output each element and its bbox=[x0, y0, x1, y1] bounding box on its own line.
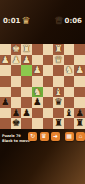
chess-board: ♚♜♜♟♟♟♛♟♞♟♞♝♟♟♛♟♟♝♟♚♜♜ bbox=[0, 44, 85, 129]
square-f6[interactable] bbox=[53, 65, 64, 76]
square-c3[interactable] bbox=[21, 97, 32, 108]
square-d8[interactable] bbox=[32, 44, 43, 55]
square-g6[interactable]: ♞ bbox=[64, 65, 75, 76]
square-a1[interactable] bbox=[0, 118, 11, 129]
square-g4[interactable] bbox=[64, 87, 75, 98]
piece-white-rook[interactable]: ♜ bbox=[22, 44, 31, 55]
piece-white-pawn[interactable]: ♟ bbox=[33, 65, 42, 76]
square-d1[interactable] bbox=[32, 118, 43, 129]
square-e1[interactable] bbox=[43, 118, 54, 129]
white-clock-time: 0:01 bbox=[3, 17, 20, 25]
square-f8[interactable]: ♜ bbox=[53, 44, 64, 55]
square-f2[interactable] bbox=[53, 108, 64, 119]
square-b2[interactable]: ♟ bbox=[11, 108, 22, 119]
square-b8[interactable]: ♚ bbox=[11, 44, 22, 55]
piece-black-pawn[interactable]: ♟ bbox=[12, 108, 21, 119]
square-h6[interactable]: ♟ bbox=[74, 65, 85, 76]
square-g2[interactable]: ♝ bbox=[64, 108, 75, 119]
square-f3[interactable]: ♛ bbox=[53, 97, 64, 108]
square-d3[interactable]: ♟ bbox=[32, 97, 43, 108]
square-a4[interactable] bbox=[0, 87, 11, 98]
square-d5[interactable] bbox=[32, 76, 43, 87]
square-c1[interactable] bbox=[21, 118, 32, 129]
status-line2: Black to move bbox=[2, 139, 30, 144]
square-e3[interactable] bbox=[43, 97, 54, 108]
square-g3[interactable] bbox=[64, 97, 75, 108]
square-f7[interactable]: ♛ bbox=[53, 55, 64, 66]
piece-black-rook[interactable]: ♜ bbox=[75, 118, 84, 129]
piece-white-pawn[interactable]: ♟ bbox=[75, 65, 84, 76]
black-clock: ♛ 0:06 bbox=[55, 16, 82, 26]
white-queen-icon: ♛ bbox=[21, 16, 30, 26]
piece-black-pawn[interactable]: ♟ bbox=[22, 108, 31, 119]
black-queen-icon: ♛ bbox=[55, 16, 64, 26]
square-b6[interactable] bbox=[11, 65, 22, 76]
square-e4[interactable] bbox=[43, 87, 54, 98]
square-b1[interactable]: ♚ bbox=[11, 118, 22, 129]
square-b4[interactable] bbox=[11, 87, 22, 98]
square-c8[interactable]: ♜ bbox=[21, 44, 32, 55]
square-e2[interactable] bbox=[43, 108, 54, 119]
black-clock-time: 0:06 bbox=[65, 17, 82, 25]
board-button[interactable]: ▦ bbox=[65, 132, 74, 141]
square-h2[interactable]: ♟ bbox=[74, 108, 85, 119]
square-d6[interactable]: ♟ bbox=[32, 65, 43, 76]
square-h7[interactable] bbox=[74, 55, 85, 66]
square-a2[interactable] bbox=[0, 108, 11, 119]
piece-white-pawn[interactable]: ♟ bbox=[12, 55, 21, 66]
piece-white-rook[interactable]: ♜ bbox=[54, 44, 63, 55]
toolbar: ↻ ♛ ➜ ▦ ⌂ bbox=[28, 132, 85, 141]
square-c6[interactable] bbox=[21, 65, 32, 76]
piece-white-pawn[interactable]: ♟ bbox=[22, 55, 31, 66]
chess-app: 0:01 ♛ ♛ 0:06 ♚♜♜♟♟♟♛♟♞♟♞♝♟♟♛♟♟♝♟♚♜♜ Puz… bbox=[0, 0, 85, 184]
piece-black-king[interactable]: ♚ bbox=[12, 118, 21, 129]
white-clock: 0:01 ♛ bbox=[3, 16, 30, 26]
hint-button[interactable]: ♛ bbox=[40, 132, 49, 141]
square-b3[interactable] bbox=[11, 97, 22, 108]
piece-black-queen[interactable]: ♛ bbox=[54, 97, 63, 108]
square-c4[interactable] bbox=[21, 87, 32, 98]
square-d7[interactable] bbox=[32, 55, 43, 66]
square-f4[interactable]: ♝ bbox=[53, 87, 64, 98]
clock-row: 0:01 ♛ ♛ 0:06 bbox=[0, 14, 85, 28]
piece-white-pawn[interactable]: ♟ bbox=[1, 55, 10, 66]
home-button[interactable]: ⌂ bbox=[76, 132, 85, 141]
square-d2[interactable] bbox=[32, 108, 43, 119]
square-g1[interactable] bbox=[64, 118, 75, 129]
square-e8[interactable] bbox=[43, 44, 54, 55]
piece-white-bishop[interactable]: ♝ bbox=[54, 87, 63, 98]
piece-black-pawn[interactable]: ♟ bbox=[33, 97, 42, 108]
piece-black-bishop[interactable]: ♝ bbox=[65, 108, 74, 119]
piece-black-pawn[interactable]: ♟ bbox=[1, 97, 10, 108]
square-e7[interactable] bbox=[43, 55, 54, 66]
square-f5[interactable] bbox=[53, 76, 64, 87]
restart-button[interactable]: ↻ bbox=[28, 132, 37, 141]
square-g8[interactable] bbox=[64, 44, 75, 55]
square-e6[interactable] bbox=[43, 65, 54, 76]
square-a8[interactable] bbox=[0, 44, 11, 55]
square-f1[interactable]: ♜ bbox=[53, 118, 64, 129]
piece-black-pawn[interactable]: ♟ bbox=[75, 108, 84, 119]
square-g7[interactable] bbox=[64, 55, 75, 66]
square-e5[interactable] bbox=[43, 76, 54, 87]
square-b7[interactable]: ♟ bbox=[11, 55, 22, 66]
status-text: Puzzle 79 Black to move bbox=[2, 134, 30, 143]
square-a6[interactable] bbox=[0, 65, 11, 76]
piece-white-knight[interactable]: ♞ bbox=[33, 87, 42, 98]
square-h1[interactable]: ♜ bbox=[74, 118, 85, 129]
square-h8[interactable] bbox=[74, 44, 85, 55]
square-h5[interactable] bbox=[74, 76, 85, 87]
square-c5[interactable] bbox=[21, 76, 32, 87]
square-d4[interactable]: ♞ bbox=[32, 87, 43, 98]
square-a7[interactable]: ♟ bbox=[0, 55, 11, 66]
square-a5[interactable] bbox=[0, 76, 11, 87]
square-c2[interactable]: ♟ bbox=[21, 108, 32, 119]
footer: Puzzle 79 Black to move ↻ ♛ ➜ ▦ ⌂ bbox=[0, 129, 85, 184]
square-b5[interactable] bbox=[11, 76, 22, 87]
piece-white-knight[interactable]: ♞ bbox=[65, 65, 74, 76]
piece-white-king[interactable]: ♚ bbox=[12, 44, 21, 55]
next-button[interactable]: ➜ bbox=[51, 132, 60, 141]
piece-black-rook[interactable]: ♜ bbox=[54, 118, 63, 129]
piece-white-queen[interactable]: ♛ bbox=[54, 55, 63, 66]
square-h4[interactable] bbox=[74, 87, 85, 98]
square-h3[interactable] bbox=[74, 97, 85, 108]
square-g5[interactable] bbox=[64, 76, 75, 87]
square-a3[interactable]: ♟ bbox=[0, 97, 11, 108]
square-c7[interactable]: ♟ bbox=[21, 55, 32, 66]
